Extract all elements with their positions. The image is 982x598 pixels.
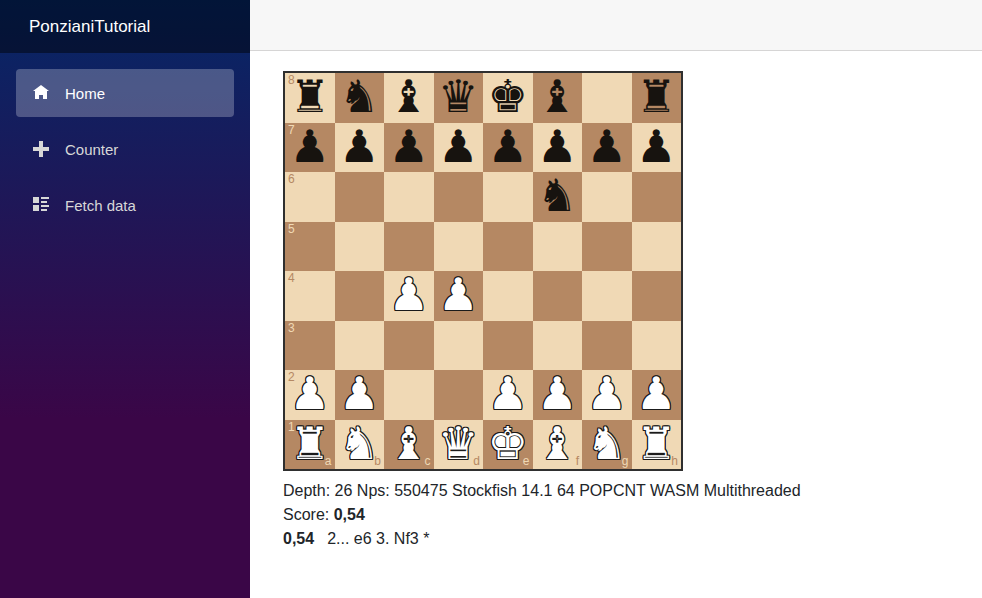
- square-f4[interactable]: [533, 271, 583, 321]
- square-a3[interactable]: 3: [285, 321, 335, 371]
- square-d7[interactable]: ♟: [434, 123, 484, 173]
- piece-black-knight[interactable]: ♞: [339, 74, 379, 119]
- piece-black-king[interactable]: ♚: [488, 74, 528, 119]
- square-a4[interactable]: 4: [285, 271, 335, 321]
- square-a1[interactable]: 1a♜: [285, 420, 335, 470]
- square-d4[interactable]: ♟: [434, 271, 484, 321]
- piece-white-queen[interactable]: ♛: [438, 421, 478, 466]
- rank-label: 6: [288, 173, 295, 186]
- piece-white-bishop[interactable]: ♝: [389, 421, 429, 466]
- piece-black-knight[interactable]: ♞: [537, 173, 577, 218]
- square-f2[interactable]: ♟: [533, 370, 583, 420]
- square-c3[interactable]: [384, 321, 434, 371]
- piece-white-pawn[interactable]: ♟: [339, 371, 379, 416]
- square-a2[interactable]: 2♟: [285, 370, 335, 420]
- sidebar-item-label: Home: [65, 85, 105, 102]
- square-e3[interactable]: [483, 321, 533, 371]
- square-d2[interactable]: [434, 370, 484, 420]
- piece-white-pawn[interactable]: ♟: [290, 371, 330, 416]
- sidebar-nav: Home Counter Fetch data: [0, 53, 250, 229]
- square-e6[interactable]: [483, 172, 533, 222]
- square-e4[interactable]: [483, 271, 533, 321]
- chess-board: 8♜♞♝♛♚♝♜7♟♟♟♟♟♟♟♟6♞54♟♟32♟♟♟♟♟♟1a♜b♞c♝d♛…: [283, 71, 683, 471]
- top-bar: [250, 0, 982, 51]
- app-title: PonzianiTutorial: [29, 17, 150, 37]
- piece-black-bishop[interactable]: ♝: [537, 74, 577, 119]
- square-c2[interactable]: [384, 370, 434, 420]
- square-c6[interactable]: [384, 172, 434, 222]
- piece-black-pawn[interactable]: ♟: [537, 124, 577, 169]
- piece-black-pawn[interactable]: ♟: [587, 124, 627, 169]
- square-g8[interactable]: [582, 73, 632, 123]
- main-area: 8♜♞♝♛♚♝♜7♟♟♟♟♟♟♟♟6♞54♟♟32♟♟♟♟♟♟1a♜b♞c♝d♛…: [250, 0, 982, 598]
- square-e8[interactable]: ♚: [483, 73, 533, 123]
- piece-white-pawn[interactable]: ♟: [587, 371, 627, 416]
- piece-white-pawn[interactable]: ♟: [537, 371, 577, 416]
- square-d8[interactable]: ♛: [434, 73, 484, 123]
- sidebar: PonzianiTutorial Home Counter Fetch data: [0, 0, 250, 598]
- engine-score-line: Score: 0,54: [283, 503, 823, 527]
- rank-label: 3: [288, 322, 295, 335]
- square-f5[interactable]: [533, 222, 583, 272]
- square-g7[interactable]: ♟: [582, 123, 632, 173]
- piece-black-pawn[interactable]: ♟: [488, 124, 528, 169]
- home-icon: [33, 85, 49, 101]
- square-h6[interactable]: [632, 172, 682, 222]
- square-b2[interactable]: ♟: [335, 370, 385, 420]
- plus-icon: [33, 141, 49, 157]
- sidebar-item-label: Counter: [65, 141, 118, 158]
- square-g3[interactable]: [582, 321, 632, 371]
- piece-white-pawn[interactable]: ♟: [488, 371, 528, 416]
- piece-black-queen[interactable]: ♛: [438, 74, 478, 119]
- square-c5[interactable]: [384, 222, 434, 272]
- square-f8[interactable]: ♝: [533, 73, 583, 123]
- square-b3[interactable]: [335, 321, 385, 371]
- square-g2[interactable]: ♟: [582, 370, 632, 420]
- engine-output: Depth: 26 Nps: 550475 Stockfish 14.1 64 …: [283, 479, 823, 551]
- square-d6[interactable]: [434, 172, 484, 222]
- square-a6[interactable]: 6: [285, 172, 335, 222]
- square-h3[interactable]: [632, 321, 682, 371]
- rank-label: 4: [288, 272, 295, 285]
- piece-white-rook[interactable]: ♜: [636, 421, 676, 466]
- square-h1[interactable]: h♜: [632, 420, 682, 470]
- square-f3[interactable]: [533, 321, 583, 371]
- piece-black-rook[interactable]: ♜: [636, 74, 676, 119]
- square-h7[interactable]: ♟: [632, 123, 682, 173]
- square-g6[interactable]: [582, 172, 632, 222]
- list-rich-icon: [33, 197, 49, 213]
- square-b1[interactable]: b♞: [335, 420, 385, 470]
- square-b4[interactable]: [335, 271, 385, 321]
- square-b7[interactable]: ♟: [335, 123, 385, 173]
- square-h4[interactable]: [632, 271, 682, 321]
- engine-pv-line: 0,542... e6 3. Nf3 *: [283, 527, 823, 551]
- square-e2[interactable]: ♟: [483, 370, 533, 420]
- piece-black-pawn[interactable]: ♟: [438, 124, 478, 169]
- square-a7[interactable]: 7♟: [285, 123, 335, 173]
- piece-black-pawn[interactable]: ♟: [636, 124, 676, 169]
- square-g1[interactable]: g♞: [582, 420, 632, 470]
- piece-black-pawn[interactable]: ♟: [339, 124, 379, 169]
- square-b5[interactable]: [335, 222, 385, 272]
- piece-white-knight[interactable]: ♞: [339, 421, 379, 466]
- piece-white-pawn[interactable]: ♟: [636, 371, 676, 416]
- piece-black-rook[interactable]: ♜: [290, 74, 330, 119]
- square-c1[interactable]: c♝: [384, 420, 434, 470]
- square-e1[interactable]: e♚: [483, 420, 533, 470]
- piece-black-pawn[interactable]: ♟: [290, 124, 330, 169]
- sidebar-item-home[interactable]: Home: [16, 69, 234, 117]
- square-f1[interactable]: f♝: [533, 420, 583, 470]
- piece-white-pawn[interactable]: ♟: [389, 272, 429, 317]
- square-b6[interactable]: [335, 172, 385, 222]
- sidebar-item-counter[interactable]: Counter: [16, 125, 234, 173]
- engine-info-line: Depth: 26 Nps: 550475 Stockfish 14.1 64 …: [283, 479, 823, 503]
- square-g5[interactable]: [582, 222, 632, 272]
- piece-white-pawn[interactable]: ♟: [438, 272, 478, 317]
- rank-label: 5: [288, 223, 295, 236]
- pv-moves: 2... e6 3. Nf3 *: [327, 530, 429, 547]
- square-d3[interactable]: [434, 321, 484, 371]
- square-c7[interactable]: ♟: [384, 123, 434, 173]
- square-e5[interactable]: [483, 222, 533, 272]
- square-g4[interactable]: [582, 271, 632, 321]
- piece-white-king[interactable]: ♚: [488, 421, 528, 466]
- square-h2[interactable]: ♟: [632, 370, 682, 420]
- page-content: 8♜♞♝♛♚♝♜7♟♟♟♟♟♟♟♟6♞54♟♟32♟♟♟♟♟♟1a♜b♞c♝d♛…: [250, 51, 982, 551]
- square-d1[interactable]: d♛: [434, 420, 484, 470]
- square-a8[interactable]: 8♜: [285, 73, 335, 123]
- sidebar-item-label: Fetch data: [65, 197, 136, 214]
- piece-white-knight[interactable]: ♞: [587, 421, 627, 466]
- square-f7[interactable]: ♟: [533, 123, 583, 173]
- piece-white-bishop[interactable]: ♝: [537, 421, 577, 466]
- app-window: PonzianiTutorial Home Counter Fetch data: [0, 0, 982, 598]
- square-h5[interactable]: [632, 222, 682, 272]
- pv-score: 0,54: [283, 530, 314, 547]
- score-label: Score:: [283, 506, 329, 523]
- square-c8[interactable]: ♝: [384, 73, 434, 123]
- app-title-bar: PonzianiTutorial: [0, 0, 250, 53]
- square-b8[interactable]: ♞: [335, 73, 385, 123]
- score-value: 0,54: [334, 506, 365, 523]
- square-f6[interactable]: ♞: [533, 172, 583, 222]
- square-h8[interactable]: ♜: [632, 73, 682, 123]
- piece-black-pawn[interactable]: ♟: [389, 124, 429, 169]
- piece-white-rook[interactable]: ♜: [290, 421, 330, 466]
- sidebar-item-fetch-data[interactable]: Fetch data: [16, 181, 234, 229]
- square-c4[interactable]: ♟: [384, 271, 434, 321]
- square-d5[interactable]: [434, 222, 484, 272]
- piece-black-bishop[interactable]: ♝: [389, 74, 429, 119]
- square-e7[interactable]: ♟: [483, 123, 533, 173]
- square-a5[interactable]: 5: [285, 222, 335, 272]
